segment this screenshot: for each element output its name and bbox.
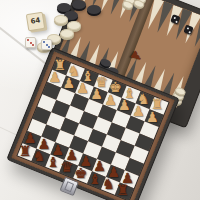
piece-black-bishop[interactable]: ♝ bbox=[87, 172, 102, 187]
die-pip bbox=[46, 44, 48, 46]
die-pip bbox=[188, 31, 191, 34]
piece-black-bishop[interactable]: ♝ bbox=[45, 155, 60, 170]
die-pip bbox=[175, 21, 178, 24]
loose-white-checker[interactable] bbox=[60, 29, 74, 38]
die-pip bbox=[186, 27, 189, 30]
game-case-photo: ♟ ♜♞♝♛♚♝♞♜♟♟♟♟♟♟♟♟♟♟♟♟♟♟♟♟♜♞♝♛♚♝♞♜ 64 bbox=[0, 0, 200, 200]
die-pip bbox=[173, 16, 176, 19]
die-pip bbox=[48, 46, 50, 48]
die-pip bbox=[27, 39, 29, 41]
latch-clasp bbox=[64, 181, 74, 192]
piece-black-rook[interactable]: ♜ bbox=[115, 183, 130, 198]
piece-black-rook[interactable]: ♜ bbox=[18, 144, 33, 159]
loose-white-checker[interactable] bbox=[54, 15, 68, 24]
loose-black-checker[interactable] bbox=[72, 0, 86, 9]
die-pip bbox=[30, 42, 32, 44]
piece-black-king[interactable]: ♚ bbox=[73, 166, 88, 181]
die-pip bbox=[32, 44, 34, 46]
piece-black-queen[interactable]: ♛ bbox=[59, 160, 74, 175]
piece-black-knight[interactable]: ♞ bbox=[32, 149, 47, 164]
loose-die[interactable] bbox=[41, 39, 52, 50]
loose-black-checker[interactable] bbox=[87, 5, 101, 14]
loose-die[interactable] bbox=[25, 37, 36, 48]
doubling-cube[interactable]: 64 bbox=[26, 12, 45, 31]
die-pip bbox=[43, 41, 45, 43]
piece-black-knight[interactable]: ♞ bbox=[101, 177, 116, 192]
